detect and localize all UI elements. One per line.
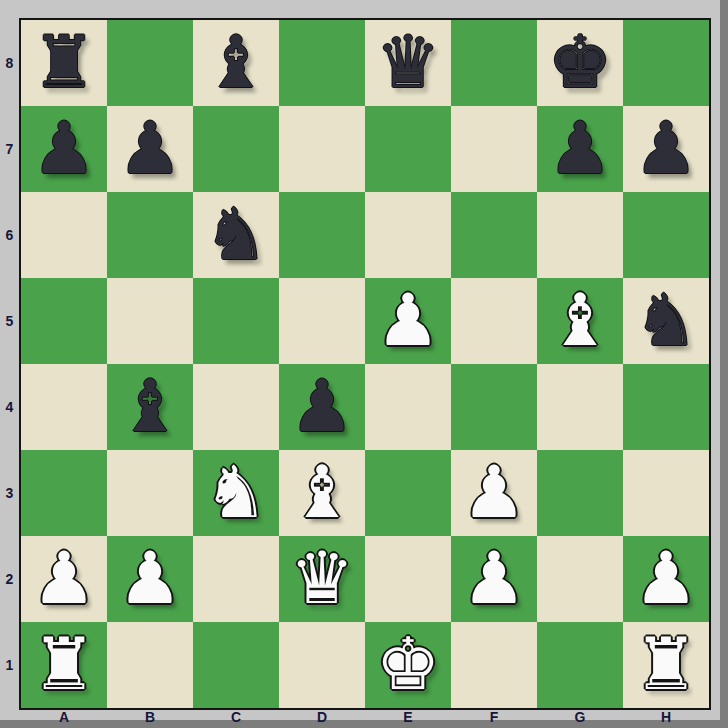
square-c6[interactable]: ♞ xyxy=(193,192,279,278)
square-g2[interactable] xyxy=(537,536,623,622)
black-pawn-d4[interactable]: ♟ xyxy=(279,364,365,450)
rank-label-5: 5 xyxy=(0,278,19,364)
square-h8[interactable] xyxy=(623,20,709,106)
chess-board: ♜♝♛♚♟♟♟♟♞♟♝♞♝♟♞♝♟♟♟♛♟♟♜♚♜ xyxy=(19,18,711,710)
black-pawn-b7[interactable]: ♟ xyxy=(107,106,193,192)
white-pawn-f3[interactable]: ♟ xyxy=(451,450,537,536)
square-d8[interactable] xyxy=(279,20,365,106)
rank-label-6: 6 xyxy=(0,192,19,278)
white-rook-a1[interactable]: ♜ xyxy=(21,622,107,708)
rank-label-2: 2 xyxy=(0,536,19,622)
square-e3[interactable] xyxy=(365,450,451,536)
square-f4[interactable] xyxy=(451,364,537,450)
file-labels: ABCDEFGH xyxy=(21,708,709,728)
square-a5[interactable] xyxy=(21,278,107,364)
black-king-g8[interactable]: ♚ xyxy=(537,20,623,106)
square-h2[interactable]: ♟ xyxy=(623,536,709,622)
square-h7[interactable]: ♟ xyxy=(623,106,709,192)
square-b6[interactable] xyxy=(107,192,193,278)
square-e1[interactable]: ♚ xyxy=(365,622,451,708)
file-label-h: H xyxy=(623,708,709,728)
square-a7[interactable]: ♟ xyxy=(21,106,107,192)
black-pawn-g7[interactable]: ♟ xyxy=(537,106,623,192)
rank-labels: 87654321 xyxy=(0,20,19,708)
rank-label-8: 8 xyxy=(0,20,19,106)
white-pawn-a2[interactable]: ♟ xyxy=(21,536,107,622)
square-b5[interactable] xyxy=(107,278,193,364)
white-bishop-g5[interactable]: ♝ xyxy=(537,278,623,364)
white-pawn-h2[interactable]: ♟ xyxy=(623,536,709,622)
square-c3[interactable]: ♞ xyxy=(193,450,279,536)
square-d5[interactable] xyxy=(279,278,365,364)
square-a2[interactable]: ♟ xyxy=(21,536,107,622)
file-label-c: C xyxy=(193,708,279,728)
black-bishop-c8[interactable]: ♝ xyxy=(193,20,279,106)
square-b2[interactable]: ♟ xyxy=(107,536,193,622)
square-b1[interactable] xyxy=(107,622,193,708)
square-e6[interactable] xyxy=(365,192,451,278)
square-g3[interactable] xyxy=(537,450,623,536)
black-knight-h5[interactable]: ♞ xyxy=(623,278,709,364)
square-c4[interactable] xyxy=(193,364,279,450)
black-pawn-h7[interactable]: ♟ xyxy=(623,106,709,192)
square-d1[interactable] xyxy=(279,622,365,708)
square-h1[interactable]: ♜ xyxy=(623,622,709,708)
square-f5[interactable] xyxy=(451,278,537,364)
square-g5[interactable]: ♝ xyxy=(537,278,623,364)
square-e8[interactable]: ♛ xyxy=(365,20,451,106)
square-f6[interactable] xyxy=(451,192,537,278)
square-e2[interactable] xyxy=(365,536,451,622)
black-queen-e8[interactable]: ♛ xyxy=(365,20,451,106)
square-f1[interactable] xyxy=(451,622,537,708)
square-f7[interactable] xyxy=(451,106,537,192)
square-g8[interactable]: ♚ xyxy=(537,20,623,106)
black-rook-a8[interactable]: ♜ xyxy=(21,20,107,106)
file-label-e: E xyxy=(365,708,451,728)
square-g4[interactable] xyxy=(537,364,623,450)
white-pawn-e5[interactable]: ♟ xyxy=(365,278,451,364)
board-frame: 87654321 ♜♝♛♚♟♟♟♟♞♟♝♞♝♟♞♝♟♟♟♛♟♟♜♚♜ ABCDE… xyxy=(0,0,728,728)
square-d6[interactable] xyxy=(279,192,365,278)
square-d2[interactable]: ♛ xyxy=(279,536,365,622)
square-a6[interactable] xyxy=(21,192,107,278)
square-h6[interactable] xyxy=(623,192,709,278)
square-f3[interactable]: ♟ xyxy=(451,450,537,536)
square-d7[interactable] xyxy=(279,106,365,192)
square-c1[interactable] xyxy=(193,622,279,708)
square-b3[interactable] xyxy=(107,450,193,536)
square-b8[interactable] xyxy=(107,20,193,106)
square-g7[interactable]: ♟ xyxy=(537,106,623,192)
white-king-e1[interactable]: ♚ xyxy=(365,622,451,708)
square-g1[interactable] xyxy=(537,622,623,708)
square-g6[interactable] xyxy=(537,192,623,278)
square-a1[interactable]: ♜ xyxy=(21,622,107,708)
black-pawn-a7[interactable]: ♟ xyxy=(21,106,107,192)
square-e4[interactable] xyxy=(365,364,451,450)
square-d3[interactable]: ♝ xyxy=(279,450,365,536)
white-pawn-f2[interactable]: ♟ xyxy=(451,536,537,622)
rank-label-3: 3 xyxy=(0,450,19,536)
square-a3[interactable] xyxy=(21,450,107,536)
square-d4[interactable]: ♟ xyxy=(279,364,365,450)
white-bishop-d3[interactable]: ♝ xyxy=(279,450,365,536)
white-queen-d2[interactable]: ♛ xyxy=(279,536,365,622)
white-pawn-b2[interactable]: ♟ xyxy=(107,536,193,622)
square-h4[interactable] xyxy=(623,364,709,450)
square-c2[interactable] xyxy=(193,536,279,622)
square-f2[interactable]: ♟ xyxy=(451,536,537,622)
rank-label-7: 7 xyxy=(0,106,19,192)
square-c5[interactable] xyxy=(193,278,279,364)
square-b7[interactable]: ♟ xyxy=(107,106,193,192)
square-h5[interactable]: ♞ xyxy=(623,278,709,364)
square-a4[interactable] xyxy=(21,364,107,450)
black-bishop-b4[interactable]: ♝ xyxy=(107,364,193,450)
rank-label-4: 4 xyxy=(0,364,19,450)
file-label-f: F xyxy=(451,708,537,728)
file-label-a: A xyxy=(21,708,107,728)
square-e7[interactable] xyxy=(365,106,451,192)
square-c7[interactable] xyxy=(193,106,279,192)
file-label-g: G xyxy=(537,708,623,728)
white-knight-c3[interactable]: ♞ xyxy=(193,450,279,536)
file-label-b: B xyxy=(107,708,193,728)
square-e5[interactable]: ♟ xyxy=(365,278,451,364)
white-rook-h1[interactable]: ♜ xyxy=(623,622,709,708)
square-f8[interactable] xyxy=(451,20,537,106)
square-h3[interactable] xyxy=(623,450,709,536)
square-b4[interactable]: ♝ xyxy=(107,364,193,450)
black-knight-c6[interactable]: ♞ xyxy=(193,192,279,278)
square-c8[interactable]: ♝ xyxy=(193,20,279,106)
file-label-d: D xyxy=(279,708,365,728)
rank-label-1: 1 xyxy=(0,622,19,708)
square-a8[interactable]: ♜ xyxy=(21,20,107,106)
